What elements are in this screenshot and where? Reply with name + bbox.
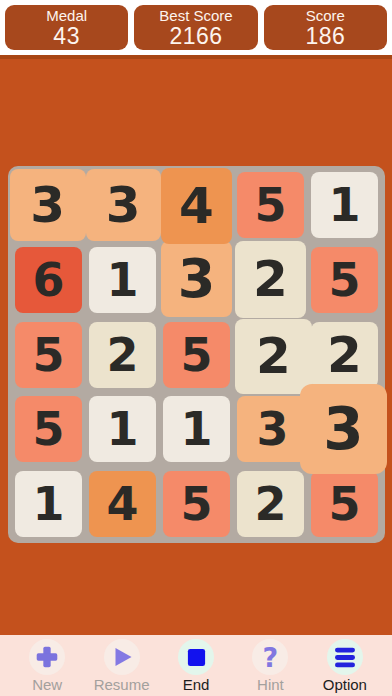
medal-stat-box: Medal 43 xyxy=(5,5,128,50)
end-button[interactable]: End xyxy=(159,635,233,696)
medal-value: 43 xyxy=(53,24,80,48)
tile-r1c1[interactable]: 3 xyxy=(10,169,86,241)
tile-r4c4[interactable]: 3 xyxy=(237,396,308,462)
new-button-label: New xyxy=(32,676,62,693)
resume-button[interactable]: Resume xyxy=(84,635,158,696)
tile-r5c3[interactable]: 5 xyxy=(163,471,230,537)
tile-r3c5[interactable]: 2 xyxy=(311,322,378,388)
menu-icon xyxy=(327,639,363,675)
hint-button[interactable]: ?Hint xyxy=(233,635,307,696)
medal-label: Medal xyxy=(46,8,87,24)
tile-r1c3[interactable]: 4 xyxy=(161,168,232,244)
header: Medal 43 Best Score 2166 Score 186 xyxy=(0,0,392,55)
tile-r5c2[interactable]: 4 xyxy=(89,471,156,537)
tile-r3c2[interactable]: 2 xyxy=(89,322,156,388)
tile-r1c2[interactable]: 3 xyxy=(86,169,162,241)
tile-r4c1[interactable]: 5 xyxy=(15,396,82,462)
best-score-value: 2166 xyxy=(169,24,222,48)
tile-r5c5[interactable]: 5 xyxy=(311,471,378,537)
end-button-label: End xyxy=(183,676,210,693)
best-score-label: Best Score xyxy=(159,8,232,24)
option-button-label: Option xyxy=(323,676,367,693)
resume-button-label: Resume xyxy=(94,676,150,693)
tile-r1c5[interactable]: 1 xyxy=(311,172,378,238)
hint-button-label: Hint xyxy=(257,676,284,693)
option-button[interactable]: Option xyxy=(308,635,382,696)
score-label: Score xyxy=(306,8,345,24)
tile-r2c4[interactable]: 2 xyxy=(235,241,306,318)
tile-r3c4[interactable]: 2 xyxy=(235,319,312,394)
tile-r4c2[interactable]: 1 xyxy=(89,396,156,462)
plus-icon xyxy=(29,639,65,675)
new-button[interactable]: New xyxy=(10,635,84,696)
tile-r5c4[interactable]: 2 xyxy=(237,471,304,537)
stop-icon xyxy=(178,639,214,675)
question-icon: ? xyxy=(252,639,288,675)
play-icon xyxy=(104,639,140,675)
score-value: 186 xyxy=(305,24,345,48)
tile-r2c3[interactable]: 3 xyxy=(161,241,232,317)
tile-r3c3[interactable]: 5 xyxy=(163,322,230,388)
toolbar: NewResumeEnd?HintOption xyxy=(0,635,392,696)
best-score-stat-box: Best Score 2166 xyxy=(134,5,257,50)
game-board: 3345161325525225113314525 xyxy=(8,166,385,543)
tile-r4c3[interactable]: 1 xyxy=(163,396,230,462)
tile-r3c1[interactable]: 5 xyxy=(15,322,82,388)
tile-r2c1[interactable]: 6 xyxy=(15,247,82,313)
score-stat-box: Score 186 xyxy=(264,5,387,50)
tile-r5c1[interactable]: 1 xyxy=(15,471,82,537)
app-screen: Medal 43 Best Score 2166 Score 186 33451… xyxy=(0,0,392,696)
tile-r1c4[interactable]: 5 xyxy=(237,172,304,238)
tile-r2c5[interactable]: 5 xyxy=(311,247,378,313)
header-divider xyxy=(0,55,392,59)
tile-r2c2[interactable]: 1 xyxy=(89,247,156,313)
tile-r4c5[interactable]: 3 xyxy=(300,384,387,474)
